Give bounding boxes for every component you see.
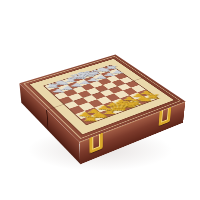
square-b1: ♞ <box>90 112 105 121</box>
square-c2: ♟ <box>94 104 109 112</box>
square-a2: ♟ <box>75 111 90 119</box>
square-c1: ♝ <box>100 109 115 117</box>
gold-queen: ♛ <box>105 104 132 112</box>
gold-pawn: ♟ <box>86 108 102 113</box>
gold-bishop: ♝ <box>98 108 121 115</box>
gold-rook: ♜ <box>81 116 101 122</box>
fold-seam-side <box>46 109 48 131</box>
folding-chess-box: ♜♞♝♛♚♝♞♜♟♟♟♟♟♟♟♟♟♟♟♟♟♟♟♟♜♞♝♛♚♝♞♜ <box>19 54 185 141</box>
gold-pawn: ♟ <box>77 111 94 116</box>
gold-clasp-left <box>89 129 103 153</box>
silver-pawn: ♟ <box>50 88 66 93</box>
square-d1: ♛ <box>109 106 124 114</box>
gold-pawn: ♟ <box>95 105 111 110</box>
gold-clasp-right <box>159 103 172 126</box>
square-a4 <box>64 101 79 109</box>
square-a1: ♜ <box>81 116 96 125</box>
product-photo-scene: ♜♞♝♛♚♝♞♜♟♟♟♟♟♟♟♟♟♟♟♟♟♟♟♟♜♞♝♛♚♝♞♜ <box>0 0 200 200</box>
